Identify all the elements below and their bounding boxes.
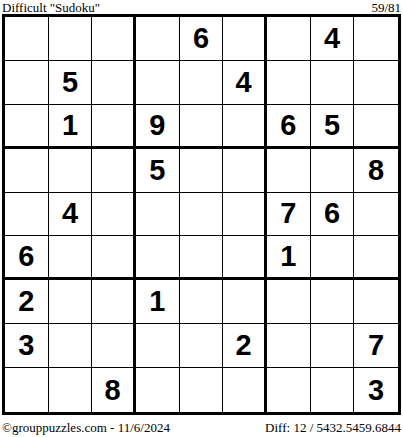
cell-r1c7[interactable]: [267, 17, 311, 61]
cell-r4c9[interactable]: 8: [354, 149, 398, 193]
cell-r6c3[interactable]: [92, 236, 136, 280]
cell-r4c8[interactable]: [311, 149, 355, 193]
cell-r9c3[interactable]: 8: [92, 368, 136, 412]
cell-r7c7[interactable]: [267, 280, 311, 324]
cell-r6c2[interactable]: [49, 236, 93, 280]
cell-r7c9[interactable]: [354, 280, 398, 324]
cell-r1c4[interactable]: [136, 17, 180, 61]
cell-r8c9[interactable]: 7: [354, 324, 398, 368]
cell-r9c7[interactable]: [267, 368, 311, 412]
cell-r2c7[interactable]: [267, 61, 311, 105]
cell-r8c3[interactable]: [92, 324, 136, 368]
cell-r3c9[interactable]: [354, 105, 398, 149]
cell-r6c5[interactable]: [180, 236, 224, 280]
cell-r1c1[interactable]: [5, 17, 49, 61]
sudoku-grid: 6454196558476612132783: [2, 14, 401, 415]
cell-r3c5[interactable]: [180, 105, 224, 149]
cell-r7c1[interactable]: 2: [5, 280, 49, 324]
cell-r7c4[interactable]: 1: [136, 280, 180, 324]
cell-r4c7[interactable]: [267, 149, 311, 193]
cell-r2c2[interactable]: 5: [49, 61, 93, 105]
cell-r3c2[interactable]: 1: [49, 105, 93, 149]
cell-r9c4[interactable]: [136, 368, 180, 412]
cell-r7c2[interactable]: [49, 280, 93, 324]
cell-r5c1[interactable]: [5, 193, 49, 237]
cell-r6c9[interactable]: [354, 236, 398, 280]
cell-r4c1[interactable]: [5, 149, 49, 193]
cell-r3c7[interactable]: 6: [267, 105, 311, 149]
cell-r9c9[interactable]: 3: [354, 368, 398, 412]
cell-r1c9[interactable]: [354, 17, 398, 61]
cell-r3c1[interactable]: [5, 105, 49, 149]
cell-r2c6[interactable]: 4: [223, 61, 267, 105]
cell-r9c2[interactable]: [49, 368, 93, 412]
cell-r9c5[interactable]: [180, 368, 224, 412]
cell-r8c2[interactable]: [49, 324, 93, 368]
cell-r4c4[interactable]: 5: [136, 149, 180, 193]
cell-r9c6[interactable]: [223, 368, 267, 412]
cell-r1c2[interactable]: [49, 17, 93, 61]
cell-r8c4[interactable]: [136, 324, 180, 368]
cell-r8c6[interactable]: 2: [223, 324, 267, 368]
cell-r7c8[interactable]: [311, 280, 355, 324]
cell-r4c5[interactable]: [180, 149, 224, 193]
cell-r6c4[interactable]: [136, 236, 180, 280]
cell-r8c8[interactable]: [311, 324, 355, 368]
cell-r5c4[interactable]: [136, 193, 180, 237]
cell-r5c3[interactable]: [92, 193, 136, 237]
cell-r8c5[interactable]: [180, 324, 224, 368]
cell-r4c6[interactable]: [223, 149, 267, 193]
cell-r2c8[interactable]: [311, 61, 355, 105]
cell-r9c8[interactable]: [311, 368, 355, 412]
cell-r4c3[interactable]: [92, 149, 136, 193]
cell-r4c2[interactable]: [49, 149, 93, 193]
cell-r7c6[interactable]: [223, 280, 267, 324]
cell-r7c5[interactable]: [180, 280, 224, 324]
cell-r5c2[interactable]: 4: [49, 193, 93, 237]
cell-r5c5[interactable]: [180, 193, 224, 237]
cell-r2c5[interactable]: [180, 61, 224, 105]
sudoku-page: Difficult "Sudoku" 59/81 645419655847661…: [0, 0, 403, 437]
cell-r5c8[interactable]: 6: [311, 193, 355, 237]
cell-r6c8[interactable]: [311, 236, 355, 280]
cell-r5c9[interactable]: [354, 193, 398, 237]
cell-r9c1[interactable]: [5, 368, 49, 412]
difficulty-text: Diff: 12 / 5432.5459.6844: [265, 420, 401, 436]
cell-r3c8[interactable]: 5: [311, 105, 355, 149]
cell-r5c7[interactable]: 7: [267, 193, 311, 237]
cell-r2c9[interactable]: [354, 61, 398, 105]
cell-r6c6[interactable]: [223, 236, 267, 280]
cell-r2c1[interactable]: [5, 61, 49, 105]
cell-r6c7[interactable]: 1: [267, 236, 311, 280]
cell-r3c3[interactable]: [92, 105, 136, 149]
copyright-date-text: ©grouppuzzles.com - 11/6/2024: [2, 420, 170, 436]
cell-r7c3[interactable]: [92, 280, 136, 324]
cell-r1c8[interactable]: 4: [311, 17, 355, 61]
cell-r3c6[interactable]: [223, 105, 267, 149]
cell-r1c3[interactable]: [92, 17, 136, 61]
cell-r1c6[interactable]: [223, 17, 267, 61]
cell-r3c4[interactable]: 9: [136, 105, 180, 149]
cell-r1c5[interactable]: 6: [180, 17, 224, 61]
cell-r6c1[interactable]: 6: [5, 236, 49, 280]
cell-r5c6[interactable]: [223, 193, 267, 237]
cell-r2c4[interactable]: [136, 61, 180, 105]
cell-r8c7[interactable]: [267, 324, 311, 368]
cell-r2c3[interactable]: [92, 61, 136, 105]
cell-r8c1[interactable]: 3: [5, 324, 49, 368]
